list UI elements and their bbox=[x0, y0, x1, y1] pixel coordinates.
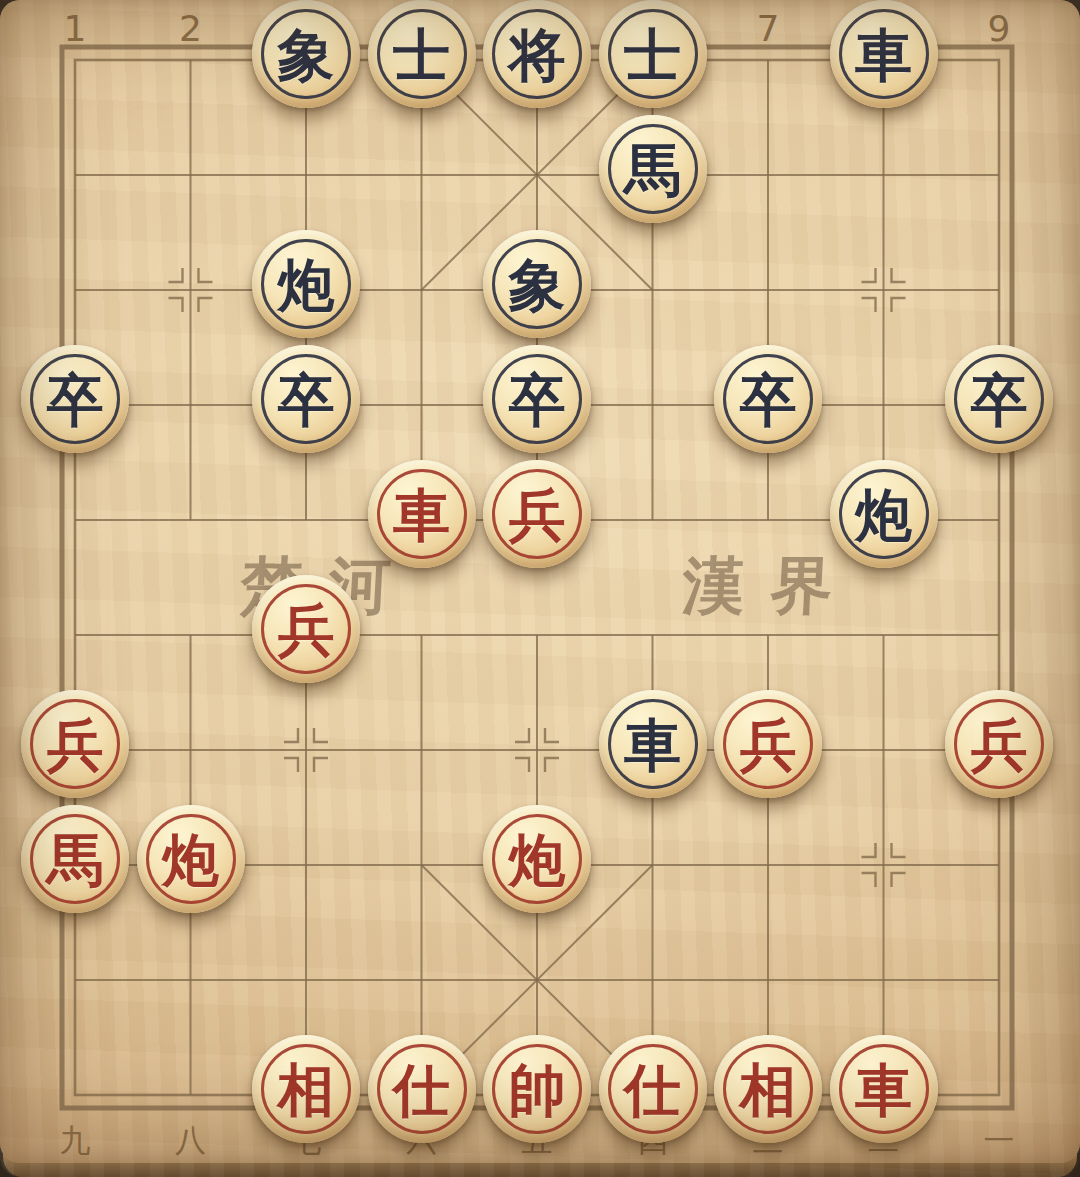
piece-black-advisor[interactable]: 士 bbox=[599, 0, 707, 108]
piece-glyph: 卒 bbox=[21, 345, 129, 453]
piece-red-advisor[interactable]: 仕 bbox=[599, 1035, 707, 1143]
piece-glyph: 相 bbox=[252, 1035, 360, 1143]
piece-red-elephant[interactable]: 相 bbox=[714, 1035, 822, 1143]
piece-black-horse[interactable]: 馬 bbox=[599, 115, 707, 223]
piece-red-chariot[interactable]: 車 bbox=[368, 460, 476, 568]
piece-glyph: 象 bbox=[252, 0, 360, 108]
piece-glyph: 車 bbox=[830, 1035, 938, 1143]
piece-glyph: 卒 bbox=[945, 345, 1053, 453]
piece-black-elephant[interactable]: 象 bbox=[483, 230, 591, 338]
piece-glyph: 士 bbox=[599, 0, 707, 108]
piece-glyph: 相 bbox=[714, 1035, 822, 1143]
piece-glyph: 炮 bbox=[483, 805, 591, 913]
xiangqi-app: 楚河 漢界 123456789九八七六五四三二一 象士将士車馬炮象卒卒卒卒卒車兵… bbox=[0, 0, 1080, 1177]
piece-glyph: 車 bbox=[599, 690, 707, 798]
piece-glyph: 馬 bbox=[21, 805, 129, 913]
piece-black-elephant[interactable]: 象 bbox=[252, 0, 360, 108]
file-label-top-7: 7 bbox=[757, 11, 780, 47]
piece-black-soldier[interactable]: 卒 bbox=[21, 345, 129, 453]
piece-glyph: 兵 bbox=[252, 575, 360, 683]
piece-black-advisor[interactable]: 士 bbox=[368, 0, 476, 108]
piece-glyph: 卒 bbox=[483, 345, 591, 453]
piece-glyph: 車 bbox=[368, 460, 476, 568]
piece-black-soldier[interactable]: 卒 bbox=[714, 345, 822, 453]
piece-black-chariot[interactable]: 車 bbox=[599, 690, 707, 798]
piece-glyph: 卒 bbox=[714, 345, 822, 453]
piece-red-soldier[interactable]: 兵 bbox=[21, 690, 129, 798]
piece-glyph: 仕 bbox=[368, 1035, 476, 1143]
piece-red-soldier[interactable]: 兵 bbox=[945, 690, 1053, 798]
piece-glyph: 兵 bbox=[714, 690, 822, 798]
piece-black-general[interactable]: 将 bbox=[483, 0, 591, 108]
piece-glyph: 兵 bbox=[21, 690, 129, 798]
piece-red-general[interactable]: 帥 bbox=[483, 1035, 591, 1143]
file-label-top-9: 9 bbox=[988, 11, 1011, 47]
piece-glyph: 将 bbox=[483, 0, 591, 108]
piece-black-cannon[interactable]: 炮 bbox=[830, 460, 938, 568]
piece-black-chariot[interactable]: 車 bbox=[830, 0, 938, 108]
piece-black-cannon[interactable]: 炮 bbox=[252, 230, 360, 338]
piece-glyph: 卒 bbox=[252, 345, 360, 453]
piece-red-horse[interactable]: 馬 bbox=[21, 805, 129, 913]
piece-glyph: 象 bbox=[483, 230, 591, 338]
piece-red-chariot[interactable]: 車 bbox=[830, 1035, 938, 1143]
piece-glyph: 馬 bbox=[599, 115, 707, 223]
piece-glyph: 士 bbox=[368, 0, 476, 108]
piece-black-soldier[interactable]: 卒 bbox=[252, 345, 360, 453]
file-label-top-1: 1 bbox=[64, 11, 87, 47]
piece-red-cannon[interactable]: 炮 bbox=[483, 805, 591, 913]
file-label-top-2: 2 bbox=[179, 11, 202, 47]
piece-black-soldier[interactable]: 卒 bbox=[945, 345, 1053, 453]
piece-glyph: 炮 bbox=[830, 460, 938, 568]
piece-black-soldier[interactable]: 卒 bbox=[483, 345, 591, 453]
piece-glyph: 兵 bbox=[945, 690, 1053, 798]
piece-red-advisor[interactable]: 仕 bbox=[368, 1035, 476, 1143]
piece-red-cannon[interactable]: 炮 bbox=[137, 805, 245, 913]
file-label-bottom-9: 一 bbox=[984, 1125, 1015, 1156]
piece-red-soldier[interactable]: 兵 bbox=[483, 460, 591, 568]
piece-glyph: 炮 bbox=[137, 805, 245, 913]
piece-glyph: 車 bbox=[830, 0, 938, 108]
piece-red-soldier[interactable]: 兵 bbox=[252, 575, 360, 683]
piece-glyph: 帥 bbox=[483, 1035, 591, 1143]
piece-red-elephant[interactable]: 相 bbox=[252, 1035, 360, 1143]
piece-glyph: 兵 bbox=[483, 460, 591, 568]
piece-glyph: 仕 bbox=[599, 1035, 707, 1143]
file-label-bottom-1: 九 bbox=[60, 1125, 91, 1156]
piece-red-soldier[interactable]: 兵 bbox=[714, 690, 822, 798]
file-label-bottom-2: 八 bbox=[175, 1125, 206, 1156]
piece-glyph: 炮 bbox=[252, 230, 360, 338]
